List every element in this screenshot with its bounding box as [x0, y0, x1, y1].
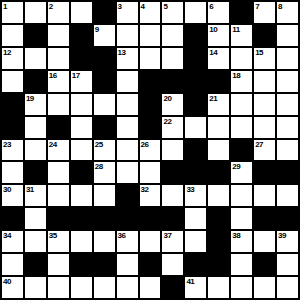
cell-r6c3[interactable] — [71, 140, 92, 161]
black-cell-r5c4 — [94, 117, 115, 138]
cell-r1c12[interactable] — [277, 25, 298, 46]
cell-r5c11[interactable] — [254, 117, 275, 138]
cell-r5c3[interactable] — [71, 117, 92, 138]
cell-r2c7[interactable] — [162, 48, 183, 69]
cell-r0c3[interactable] — [71, 2, 92, 23]
cell-r0c12[interactable]: 8 — [277, 2, 298, 23]
cell-r9c8[interactable] — [185, 208, 206, 229]
clue-number-2: 2 — [49, 2, 53, 11]
cell-r12c12[interactable] — [277, 277, 298, 298]
black-cell-r11c8 — [185, 254, 206, 275]
cell-r10c10[interactable]: 38 — [231, 231, 252, 252]
cell-r8c3[interactable] — [71, 185, 92, 206]
cell-r3c0[interactable] — [2, 71, 23, 92]
cell-r11c10[interactable] — [231, 254, 252, 275]
black-cell-r1c11 — [254, 25, 275, 46]
black-cell-r12c7 — [162, 277, 183, 298]
cell-r0c0[interactable]: 1 — [2, 2, 23, 23]
cell-r12c6[interactable] — [140, 277, 161, 298]
cell-r6c5[interactable] — [117, 140, 138, 161]
clue-number-25: 25 — [95, 140, 103, 149]
cell-r10c1[interactable] — [25, 231, 46, 252]
cell-r7c0[interactable] — [2, 162, 23, 183]
cell-r0c7[interactable]: 5 — [162, 2, 183, 23]
cell-r1c4[interactable]: 9 — [94, 25, 115, 46]
cell-r5c8[interactable] — [185, 117, 206, 138]
cell-r8c7[interactable] — [162, 185, 183, 206]
cell-r12c11[interactable] — [254, 277, 275, 298]
cell-r8c4[interactable] — [94, 185, 115, 206]
clue-number-39: 39 — [278, 231, 286, 240]
cell-r4c3[interactable] — [71, 94, 92, 115]
cell-r10c11[interactable] — [254, 231, 275, 252]
black-cell-r7c3 — [71, 162, 92, 183]
clue-number-21: 21 — [209, 94, 217, 103]
black-cell-r5c0 — [2, 117, 23, 138]
cell-r4c4[interactable] — [94, 94, 115, 115]
cell-r5c5[interactable] — [117, 117, 138, 138]
clue-number-20: 20 — [163, 94, 171, 103]
black-cell-r9c11 — [254, 208, 275, 229]
cell-r5c9[interactable] — [208, 117, 229, 138]
clue-number-6: 6 — [209, 2, 213, 11]
cell-r3c3[interactable]: 17 — [71, 71, 92, 92]
cell-r5c1[interactable] — [25, 117, 46, 138]
cell-r12c0[interactable]: 40 — [2, 277, 23, 298]
black-cell-r9c0 — [2, 208, 23, 229]
clue-number-32: 32 — [141, 185, 149, 194]
cell-r1c0[interactable] — [2, 25, 23, 46]
clue-number-11: 11 — [232, 25, 239, 34]
black-cell-r3c8 — [185, 71, 206, 92]
cell-r7c10[interactable]: 29 — [231, 162, 252, 183]
black-cell-r3c1 — [25, 71, 46, 92]
cell-r1c10[interactable]: 11 — [231, 25, 252, 46]
clue-number-38: 38 — [232, 231, 240, 240]
cell-r3c12[interactable] — [277, 71, 298, 92]
cell-r5c10[interactable] — [231, 117, 252, 138]
black-cell-r9c6 — [140, 208, 161, 229]
cell-r12c9[interactable] — [208, 277, 229, 298]
black-cell-r1c8 — [185, 25, 206, 46]
cell-r10c0[interactable]: 34 — [2, 231, 23, 252]
cell-r10c5[interactable]: 36 — [117, 231, 138, 252]
cell-r1c9[interactable]: 10 — [208, 25, 229, 46]
cell-r10c2[interactable]: 35 — [48, 231, 69, 252]
cell-r0c8[interactable] — [185, 2, 206, 23]
clue-number-41: 41 — [186, 277, 194, 286]
black-cell-r9c7 — [162, 208, 183, 229]
cell-r12c4[interactable] — [94, 277, 115, 298]
clue-number-30: 30 — [3, 185, 11, 194]
clue-number-27: 27 — [255, 140, 263, 149]
black-cell-r5c6 — [140, 117, 161, 138]
cell-r10c12[interactable]: 39 — [277, 231, 298, 252]
cell-r4c5[interactable] — [117, 94, 138, 115]
cell-r11c7[interactable] — [162, 254, 183, 275]
black-cell-r4c8 — [185, 94, 206, 115]
clue-number-3: 3 — [118, 2, 122, 11]
cell-r10c4[interactable] — [94, 231, 115, 252]
clue-number-34: 34 — [3, 231, 11, 240]
crossword-grid: 1234567891011121314151617181920212223242… — [0, 0, 300, 300]
cell-r1c2[interactable] — [48, 25, 69, 46]
cell-r7c2[interactable] — [48, 162, 69, 183]
clue-number-35: 35 — [49, 231, 57, 240]
clue-number-40: 40 — [3, 277, 11, 286]
black-cell-r9c9 — [208, 208, 229, 229]
cell-r6c2[interactable]: 24 — [48, 140, 69, 161]
cell-r8c2[interactable] — [48, 185, 69, 206]
black-cell-r8c5 — [117, 185, 138, 206]
clue-number-18: 18 — [232, 71, 240, 80]
black-cell-r3c7 — [162, 71, 183, 92]
cell-r8c0[interactable]: 30 — [2, 185, 23, 206]
cell-r4c12[interactable] — [277, 94, 298, 115]
cell-r8c11[interactable] — [254, 185, 275, 206]
clue-number-24: 24 — [49, 140, 57, 149]
clue-number-10: 10 — [209, 25, 217, 34]
cell-r8c9[interactable] — [208, 185, 229, 206]
clue-number-26: 26 — [141, 140, 149, 149]
cell-r12c5[interactable] — [117, 277, 138, 298]
clue-number-15: 15 — [255, 48, 263, 57]
cell-r0c9[interactable]: 6 — [208, 2, 229, 23]
cell-r4c1[interactable]: 19 — [25, 94, 46, 115]
cell-r9c1[interactable] — [25, 208, 46, 229]
cell-r2c1[interactable] — [25, 48, 46, 69]
black-cell-r2c4 — [94, 48, 115, 69]
black-cell-r3c4 — [94, 71, 115, 92]
cell-r8c12[interactable] — [277, 185, 298, 206]
cell-r6c12[interactable] — [277, 140, 298, 161]
cell-r12c2[interactable] — [48, 277, 69, 298]
clue-number-36: 36 — [118, 231, 126, 240]
cell-r6c9[interactable] — [208, 140, 229, 161]
cell-r10c6[interactable] — [140, 231, 161, 252]
cell-r8c6[interactable]: 32 — [140, 185, 161, 206]
black-cell-r7c12 — [277, 162, 298, 183]
black-cell-r11c9 — [208, 254, 229, 275]
black-cell-r11c11 — [254, 254, 275, 275]
cell-r8c1[interactable]: 31 — [25, 185, 46, 206]
black-cell-r7c11 — [254, 162, 275, 183]
cell-r5c12[interactable] — [277, 117, 298, 138]
cell-r4c10[interactable] — [231, 94, 252, 115]
cell-r0c1[interactable] — [25, 2, 46, 23]
cell-r2c10[interactable] — [231, 48, 252, 69]
cell-r12c1[interactable] — [25, 277, 46, 298]
cell-r2c11[interactable]: 15 — [254, 48, 275, 69]
cell-r12c10[interactable] — [231, 277, 252, 298]
cell-r6c1[interactable] — [25, 140, 46, 161]
cell-r11c12[interactable] — [277, 254, 298, 275]
clue-number-13: 13 — [118, 48, 126, 57]
black-cell-r4c6 — [140, 94, 161, 115]
black-cell-r7c8 — [185, 162, 206, 183]
black-cell-r6c10 — [231, 140, 252, 161]
cell-r12c8[interactable]: 41 — [185, 277, 206, 298]
clue-number-8: 8 — [278, 2, 282, 11]
black-cell-r7c1 — [25, 162, 46, 183]
cell-r0c2[interactable]: 2 — [48, 2, 69, 23]
black-cell-r1c1 — [25, 25, 46, 46]
black-cell-r9c3 — [71, 208, 92, 229]
crossword-puzzle: 1234567891011121314151617181920212223242… — [0, 0, 300, 300]
black-cell-r11c6 — [140, 254, 161, 275]
black-cell-r0c4 — [94, 2, 115, 23]
cell-r7c6[interactable] — [140, 162, 161, 183]
black-cell-r1c3 — [71, 25, 92, 46]
cell-r6c4[interactable]: 25 — [94, 140, 115, 161]
clue-number-4: 4 — [141, 2, 145, 11]
cell-r4c11[interactable] — [254, 94, 275, 115]
cell-r11c0[interactable] — [2, 254, 23, 275]
cell-r10c7[interactable]: 37 — [162, 231, 183, 252]
clue-number-31: 31 — [26, 185, 34, 194]
black-cell-r9c4 — [94, 208, 115, 229]
clue-number-9: 9 — [95, 25, 99, 34]
clue-number-29: 29 — [232, 162, 240, 171]
cell-r3c2[interactable]: 16 — [48, 71, 69, 92]
cell-r3c5[interactable] — [117, 71, 138, 92]
clue-number-7: 7 — [255, 2, 259, 11]
clue-number-1: 1 — [3, 2, 7, 11]
cell-r11c5[interactable] — [117, 254, 138, 275]
clue-number-23: 23 — [3, 140, 11, 149]
cell-r2c5[interactable]: 13 — [117, 48, 138, 69]
clue-number-37: 37 — [163, 231, 171, 240]
cell-r2c9[interactable]: 14 — [208, 48, 229, 69]
cell-r10c3[interactable] — [71, 231, 92, 252]
black-cell-r11c1 — [25, 254, 46, 275]
black-cell-r2c8 — [185, 48, 206, 69]
cell-r2c0[interactable]: 12 — [2, 48, 23, 69]
cell-r5c7[interactable]: 22 — [162, 117, 183, 138]
black-cell-r4c0 — [2, 94, 23, 115]
cell-r6c11[interactable]: 27 — [254, 140, 275, 161]
clue-number-16: 16 — [49, 71, 57, 80]
cell-r4c9[interactable]: 21 — [208, 94, 229, 115]
clue-number-33: 33 — [186, 185, 194, 194]
cell-r1c7[interactable] — [162, 25, 183, 46]
black-cell-r10c9 — [208, 231, 229, 252]
cell-r1c6[interactable] — [140, 25, 161, 46]
black-cell-r3c6 — [140, 71, 161, 92]
black-cell-r11c4 — [94, 254, 115, 275]
cell-r4c2[interactable] — [48, 94, 69, 115]
black-cell-r2c3 — [71, 48, 92, 69]
cell-r3c11[interactable] — [254, 71, 275, 92]
cell-r0c11[interactable]: 7 — [254, 2, 275, 23]
black-cell-r5c2 — [48, 117, 69, 138]
cell-r4c7[interactable]: 20 — [162, 94, 183, 115]
black-cell-r6c8 — [185, 140, 206, 161]
cell-r7c4[interactable]: 28 — [94, 162, 115, 183]
black-cell-r7c7 — [162, 162, 183, 183]
clue-number-17: 17 — [72, 71, 80, 80]
cell-r1c5[interactable] — [117, 25, 138, 46]
cell-r10c8[interactable] — [185, 231, 206, 252]
black-cell-r7c9 — [208, 162, 229, 183]
cell-r2c6[interactable] — [140, 48, 161, 69]
cell-r2c12[interactable] — [277, 48, 298, 69]
clue-number-19: 19 — [26, 94, 34, 103]
black-cell-r0c10 — [231, 2, 252, 23]
black-cell-r9c5 — [117, 208, 138, 229]
cell-r12c3[interactable] — [71, 277, 92, 298]
cell-r0c5[interactable]: 3 — [117, 2, 138, 23]
cell-r6c6[interactable]: 26 — [140, 140, 161, 161]
clue-number-5: 5 — [163, 2, 167, 11]
cell-r9c10[interactable] — [231, 208, 252, 229]
clue-number-22: 22 — [163, 117, 171, 126]
cell-r2c2[interactable] — [48, 48, 69, 69]
clue-number-14: 14 — [209, 48, 217, 57]
cell-r8c8[interactable]: 33 — [185, 185, 206, 206]
cell-r3c10[interactable]: 18 — [231, 71, 252, 92]
cell-r8c10[interactable] — [231, 185, 252, 206]
cell-r0c6[interactable]: 4 — [140, 2, 161, 23]
black-cell-r11c3 — [71, 254, 92, 275]
clue-number-28: 28 — [95, 162, 103, 171]
black-cell-r9c12 — [277, 208, 298, 229]
cell-r6c7[interactable] — [162, 140, 183, 161]
cell-r6c0[interactable]: 23 — [2, 140, 23, 161]
cell-r7c5[interactable] — [117, 162, 138, 183]
clue-number-12: 12 — [3, 48, 11, 57]
cell-r11c2[interactable] — [48, 254, 69, 275]
black-cell-r3c9 — [208, 71, 229, 92]
black-cell-r9c2 — [48, 208, 69, 229]
